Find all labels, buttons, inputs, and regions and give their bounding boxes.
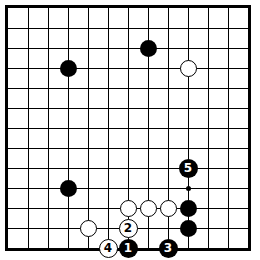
black-stone <box>180 200 197 217</box>
go-diagram: 52413 <box>0 0 260 260</box>
black-stone-move-5: 5 <box>179 159 198 178</box>
black-stone-move-1: 1 <box>119 239 138 258</box>
black-stone <box>60 180 77 197</box>
black-stone-move-3: 3 <box>159 239 178 258</box>
grid-line-vertical <box>208 8 209 248</box>
white-stone-move-2: 2 <box>119 219 138 238</box>
go-board: 52413 <box>0 0 260 260</box>
white-stone-move-4: 4 <box>99 239 118 258</box>
white-stone <box>180 60 197 77</box>
grid-line-horizontal <box>8 128 248 129</box>
star-point <box>186 186 191 191</box>
black-stone <box>140 40 157 57</box>
black-stone <box>180 220 197 237</box>
white-stone <box>80 220 97 237</box>
black-stone <box>60 60 77 77</box>
grid-line-vertical <box>228 8 229 248</box>
grid-line-horizontal <box>8 148 248 149</box>
grid-line-horizontal <box>8 188 248 189</box>
white-stone <box>160 200 177 217</box>
white-stone <box>120 200 137 217</box>
white-stone <box>140 200 157 217</box>
grid-line-horizontal <box>8 168 248 169</box>
